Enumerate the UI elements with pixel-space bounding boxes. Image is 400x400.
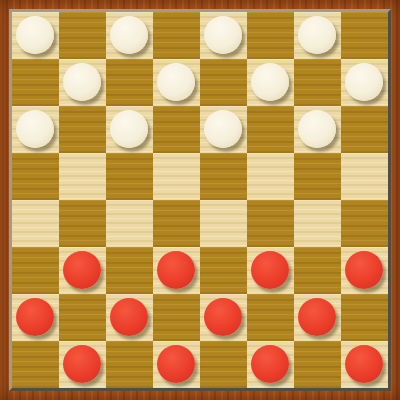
square-r7c0[interactable] — [12, 341, 59, 388]
square-r7c7[interactable] — [341, 341, 388, 388]
square-r2c1[interactable] — [59, 106, 106, 153]
square-r0c6[interactable] — [294, 12, 341, 59]
square-r4c5[interactable] — [247, 200, 294, 247]
square-r5c0[interactable] — [12, 247, 59, 294]
red-checker[interactable] — [63, 251, 101, 289]
square-r6c5[interactable] — [247, 294, 294, 341]
square-r3c4[interactable] — [200, 153, 247, 200]
square-r1c0[interactable] — [12, 59, 59, 106]
square-r2c0[interactable] — [12, 106, 59, 153]
square-r3c6[interactable] — [294, 153, 341, 200]
white-checker[interactable] — [110, 110, 148, 148]
square-r0c0[interactable] — [12, 12, 59, 59]
square-r2c2[interactable] — [106, 106, 153, 153]
square-r4c0[interactable] — [12, 200, 59, 247]
red-checker[interactable] — [345, 251, 383, 289]
square-r7c5[interactable] — [247, 341, 294, 388]
white-checker[interactable] — [204, 110, 242, 148]
checkers-board — [9, 9, 391, 391]
square-r3c0[interactable] — [12, 153, 59, 200]
white-checker[interactable] — [298, 110, 336, 148]
square-r1c2[interactable] — [106, 59, 153, 106]
wood-frame — [0, 0, 400, 400]
red-checker[interactable] — [251, 345, 289, 383]
white-checker[interactable] — [251, 63, 289, 101]
square-r4c2[interactable] — [106, 200, 153, 247]
square-r4c4[interactable] — [200, 200, 247, 247]
red-checker[interactable] — [157, 251, 195, 289]
square-r1c6[interactable] — [294, 59, 341, 106]
square-r3c2[interactable] — [106, 153, 153, 200]
white-checker[interactable] — [16, 110, 54, 148]
red-checker[interactable] — [110, 298, 148, 336]
square-r1c7[interactable] — [341, 59, 388, 106]
square-r7c2[interactable] — [106, 341, 153, 388]
square-r7c6[interactable] — [294, 341, 341, 388]
red-checker[interactable] — [345, 345, 383, 383]
square-r6c4[interactable] — [200, 294, 247, 341]
square-r0c2[interactable] — [106, 12, 153, 59]
red-checker[interactable] — [16, 298, 54, 336]
square-r5c3[interactable] — [153, 247, 200, 294]
white-checker[interactable] — [110, 16, 148, 54]
square-r0c7[interactable] — [341, 12, 388, 59]
square-r4c1[interactable] — [59, 200, 106, 247]
square-r0c3[interactable] — [153, 12, 200, 59]
square-r6c3[interactable] — [153, 294, 200, 341]
white-checker[interactable] — [345, 63, 383, 101]
square-r1c3[interactable] — [153, 59, 200, 106]
square-r6c2[interactable] — [106, 294, 153, 341]
square-r2c7[interactable] — [341, 106, 388, 153]
white-checker[interactable] — [298, 16, 336, 54]
red-checker[interactable] — [204, 298, 242, 336]
square-r4c7[interactable] — [341, 200, 388, 247]
square-r3c3[interactable] — [153, 153, 200, 200]
square-r3c1[interactable] — [59, 153, 106, 200]
red-checker[interactable] — [298, 298, 336, 336]
square-r5c6[interactable] — [294, 247, 341, 294]
square-r7c4[interactable] — [200, 341, 247, 388]
square-r4c6[interactable] — [294, 200, 341, 247]
square-r1c1[interactable] — [59, 59, 106, 106]
square-r1c4[interactable] — [200, 59, 247, 106]
square-r5c5[interactable] — [247, 247, 294, 294]
white-checker[interactable] — [16, 16, 54, 54]
white-checker[interactable] — [204, 16, 242, 54]
square-r0c5[interactable] — [247, 12, 294, 59]
white-checker[interactable] — [63, 63, 101, 101]
square-r1c5[interactable] — [247, 59, 294, 106]
square-r6c7[interactable] — [341, 294, 388, 341]
square-r0c4[interactable] — [200, 12, 247, 59]
square-r5c7[interactable] — [341, 247, 388, 294]
square-r2c6[interactable] — [294, 106, 341, 153]
square-r0c1[interactable] — [59, 12, 106, 59]
square-r6c0[interactable] — [12, 294, 59, 341]
red-checker[interactable] — [251, 251, 289, 289]
square-r5c1[interactable] — [59, 247, 106, 294]
square-r6c6[interactable] — [294, 294, 341, 341]
white-checker[interactable] — [157, 63, 195, 101]
square-r2c5[interactable] — [247, 106, 294, 153]
square-r2c3[interactable] — [153, 106, 200, 153]
square-r4c3[interactable] — [153, 200, 200, 247]
square-r6c1[interactable] — [59, 294, 106, 341]
square-r3c5[interactable] — [247, 153, 294, 200]
square-r3c7[interactable] — [341, 153, 388, 200]
square-r7c1[interactable] — [59, 341, 106, 388]
square-r7c3[interactable] — [153, 341, 200, 388]
square-r5c4[interactable] — [200, 247, 247, 294]
red-checker[interactable] — [157, 345, 195, 383]
square-r5c2[interactable] — [106, 247, 153, 294]
red-checker[interactable] — [63, 345, 101, 383]
square-r2c4[interactable] — [200, 106, 247, 153]
